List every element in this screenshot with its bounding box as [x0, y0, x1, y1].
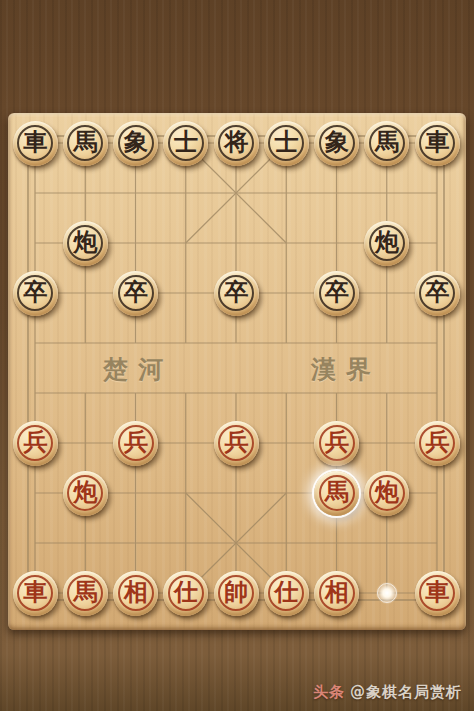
piece-glyph: 仕 — [274, 580, 298, 604]
piece-bP[interactable]: 卒 — [314, 271, 359, 316]
piece-rB[interactable]: 相 — [314, 571, 359, 616]
piece-bB[interactable]: 象 — [314, 121, 359, 166]
piece-glyph: 兵 — [23, 430, 47, 454]
piece-bR[interactable]: 車 — [13, 121, 58, 166]
piece-glyph: 車 — [425, 580, 449, 604]
piece-glyph: 士 — [174, 130, 198, 154]
piece-glyph: 車 — [23, 130, 47, 154]
last-move-origin-marker — [374, 580, 400, 606]
piece-rR[interactable]: 車 — [13, 571, 58, 616]
piece-bN[interactable]: 馬 — [63, 121, 108, 166]
piece-glyph: 帥 — [224, 580, 248, 604]
piece-glyph: 炮 — [73, 480, 97, 504]
piece-glyph: 兵 — [124, 430, 148, 454]
piece-glyph: 兵 — [224, 430, 248, 454]
piece-glyph: 兵 — [325, 430, 349, 454]
piece-bA[interactable]: 士 — [264, 121, 309, 166]
watermark-handle: @象棋名局赏析 — [350, 683, 462, 701]
piece-rB[interactable]: 相 — [113, 571, 158, 616]
piece-glyph: 炮 — [375, 230, 399, 254]
piece-rC[interactable]: 炮 — [63, 471, 108, 516]
piece-rN[interactable]: 馬 — [314, 471, 359, 516]
piece-rA[interactable]: 仕 — [163, 571, 208, 616]
piece-glyph: 馬 — [73, 580, 97, 604]
piece-glyph: 馬 — [73, 130, 97, 154]
board-grid: 車馬象士将士象馬車炮炮卒卒卒卒卒兵兵兵兵兵炮馬炮車馬相仕帥仕相車 — [10, 118, 462, 618]
piece-rP[interactable]: 兵 — [113, 421, 158, 466]
piece-rP[interactable]: 兵 — [314, 421, 359, 466]
piece-rA[interactable]: 仕 — [264, 571, 309, 616]
piece-bP[interactable]: 卒 — [415, 271, 460, 316]
piece-glyph: 卒 — [325, 280, 349, 304]
piece-rP[interactable]: 兵 — [13, 421, 58, 466]
piece-glyph: 炮 — [375, 480, 399, 504]
piece-glyph: 卒 — [425, 280, 449, 304]
piece-glyph: 卒 — [224, 280, 248, 304]
piece-bK[interactable]: 将 — [214, 121, 259, 166]
piece-glyph: 卒 — [124, 280, 148, 304]
piece-rC[interactable]: 炮 — [364, 471, 409, 516]
piece-glyph: 象 — [325, 130, 349, 154]
piece-glyph: 兵 — [425, 430, 449, 454]
piece-glyph: 車 — [23, 580, 47, 604]
piece-bP[interactable]: 卒 — [13, 271, 58, 316]
piece-bB[interactable]: 象 — [113, 121, 158, 166]
piece-bA[interactable]: 士 — [163, 121, 208, 166]
piece-glyph: 炮 — [73, 230, 97, 254]
piece-bC[interactable]: 炮 — [63, 221, 108, 266]
piece-bC[interactable]: 炮 — [364, 221, 409, 266]
piece-bP[interactable]: 卒 — [214, 271, 259, 316]
piece-glyph: 相 — [124, 580, 148, 604]
piece-glyph: 象 — [124, 130, 148, 154]
piece-glyph: 卒 — [23, 280, 47, 304]
piece-glyph: 相 — [325, 580, 349, 604]
watermark: 头条@象棋名局赏析 — [313, 683, 462, 702]
piece-rP[interactable]: 兵 — [415, 421, 460, 466]
piece-glyph: 将 — [224, 130, 248, 154]
piece-rP[interactable]: 兵 — [214, 421, 259, 466]
piece-bN[interactable]: 馬 — [364, 121, 409, 166]
piece-rK[interactable]: 帥 — [214, 571, 259, 616]
watermark-brand: 头条 — [313, 683, 345, 701]
piece-glyph: 車 — [425, 130, 449, 154]
piece-glyph: 馬 — [325, 480, 349, 504]
piece-rR[interactable]: 車 — [415, 571, 460, 616]
piece-rN[interactable]: 馬 — [63, 571, 108, 616]
piece-glyph: 士 — [274, 130, 298, 154]
xiangqi-board: 楚河 漢界 車馬象士将士象馬車炮炮卒卒卒卒卒兵兵兵兵兵炮馬炮車馬相仕帥仕相車 — [8, 113, 466, 630]
piece-bP[interactable]: 卒 — [113, 271, 158, 316]
piece-glyph: 仕 — [174, 580, 198, 604]
piece-glyph: 馬 — [375, 130, 399, 154]
piece-bR[interactable]: 車 — [415, 121, 460, 166]
